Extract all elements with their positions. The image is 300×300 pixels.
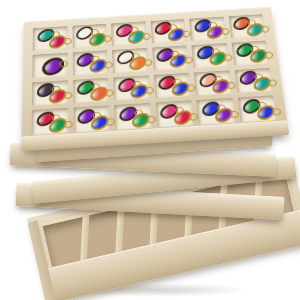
tray-compartment (189, 17, 226, 41)
purple-gem-ring (38, 54, 68, 79)
tray-compartment (152, 45, 189, 70)
tray-compartment (32, 80, 68, 106)
tray-compartment (32, 53, 67, 78)
tray-compartment (194, 70, 232, 96)
tray-compartment (234, 67, 273, 93)
tray-compartment (73, 106, 110, 133)
tray-compartment (33, 26, 68, 50)
tray-compartment (150, 19, 186, 43)
filled-tray-frame (21, 7, 289, 152)
tray-compartment (196, 98, 235, 125)
tray-compartment (191, 43, 228, 68)
tray-compartment (73, 77, 109, 103)
tray-compartment (113, 75, 150, 101)
tray-divider (81, 215, 90, 260)
tray-grid (32, 14, 277, 135)
tray-compartment (114, 103, 151, 130)
tray-compartment (155, 101, 193, 128)
tray-compartment (111, 21, 147, 45)
tray-compartment (237, 96, 276, 123)
tray-compartment (112, 48, 148, 73)
tray-compartment (72, 24, 107, 48)
tray-compartment (228, 14, 265, 38)
tray-compartment (231, 40, 269, 65)
tray-compartment (32, 108, 69, 135)
tray-compartment (72, 50, 108, 75)
tray-compartment (153, 72, 190, 98)
filled-jewelry-tray (21, 7, 289, 152)
tray-divider (115, 207, 124, 252)
jewelry-tray-product-photo (0, 0, 300, 300)
